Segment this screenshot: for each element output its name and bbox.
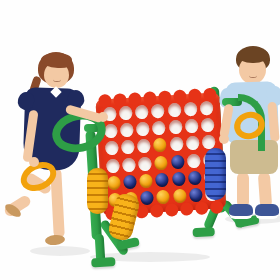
blue-disc xyxy=(172,172,186,187)
cell-r6c4 xyxy=(155,188,172,206)
blue-disc xyxy=(123,175,137,190)
cell-r5c5 xyxy=(170,170,187,188)
empty-hole xyxy=(120,123,134,138)
cell-r6c5 xyxy=(171,187,188,205)
cell-r3c5 xyxy=(168,135,185,153)
boy-left-hand xyxy=(219,134,229,144)
boy-sneaker xyxy=(229,204,253,219)
empty-hole xyxy=(187,153,201,168)
yellow-disc xyxy=(157,190,171,205)
cell-r2c4 xyxy=(151,119,168,137)
cell-r4c6 xyxy=(185,152,202,170)
boy-sneaker xyxy=(255,204,279,219)
cell-r6c3 xyxy=(139,189,156,207)
empty-hole xyxy=(170,137,184,152)
boy-smile xyxy=(249,73,257,78)
empty-hole xyxy=(122,157,136,172)
cell-r2c6 xyxy=(183,117,200,135)
cell-r4c2 xyxy=(120,156,137,174)
empty-hole xyxy=(135,104,149,119)
empty-hole xyxy=(201,118,215,133)
empty-hole xyxy=(152,121,166,136)
yellow-ring-stack-1 xyxy=(87,168,108,214)
blue-disc xyxy=(188,171,202,186)
empty-hole xyxy=(169,120,183,135)
cell-r4c4 xyxy=(153,154,170,172)
yellow-disc xyxy=(154,155,168,170)
girl-left-hand xyxy=(98,112,108,122)
cell-r3c2 xyxy=(119,138,136,156)
product-photo-stage xyxy=(0,0,280,280)
blue-disc xyxy=(171,154,185,169)
blue-disc xyxy=(155,173,169,188)
boy-leg xyxy=(237,172,249,208)
empty-hole xyxy=(105,141,119,156)
girl-smile xyxy=(53,77,61,82)
cell-r5c2 xyxy=(121,173,138,191)
right-back-foot xyxy=(192,227,215,237)
cell-r5c6 xyxy=(186,169,203,187)
girl-right-hand xyxy=(29,157,39,167)
cell-r2c5 xyxy=(167,118,184,136)
cell-r4c5 xyxy=(169,153,186,171)
girl-shoe xyxy=(45,234,66,246)
empty-hole xyxy=(185,119,199,134)
empty-hole xyxy=(186,136,200,151)
blue-disc xyxy=(140,191,154,206)
empty-hole xyxy=(151,103,165,118)
empty-hole xyxy=(138,156,152,171)
cell-r5c4 xyxy=(154,171,171,189)
cell-r3c4 xyxy=(152,136,169,154)
ground-shadow xyxy=(30,246,90,256)
empty-hole xyxy=(168,102,182,117)
blue-ring-stack xyxy=(205,148,226,200)
cell-r3c3 xyxy=(135,137,152,155)
cell-r2c7 xyxy=(199,116,216,134)
empty-hole xyxy=(121,140,135,155)
yellow-disc xyxy=(173,189,187,204)
cell-r2c3 xyxy=(134,120,151,138)
cell-r3c1 xyxy=(103,139,120,157)
empty-hole xyxy=(137,139,151,154)
cell-r5c3 xyxy=(138,172,155,190)
cell-r3c6 xyxy=(184,134,201,152)
board-grid xyxy=(101,99,221,210)
cell-r2c2 xyxy=(118,121,135,139)
cell-r1c4 xyxy=(150,102,167,120)
boy-fringe xyxy=(238,48,268,63)
empty-hole xyxy=(184,101,198,116)
cell-r1c5 xyxy=(166,101,183,119)
cell-r1c3 xyxy=(133,103,150,121)
empty-hole xyxy=(119,105,133,120)
cell-r1c2 xyxy=(117,104,134,122)
girl-fringe xyxy=(41,53,72,68)
cell-r4c3 xyxy=(136,155,153,173)
yellow-disc xyxy=(107,176,121,191)
cell-r1c7 xyxy=(198,99,215,117)
yellow-disc xyxy=(139,174,153,189)
left-back-foot xyxy=(91,257,116,267)
yellow-disc xyxy=(153,138,167,153)
empty-hole xyxy=(106,158,120,173)
empty-hole xyxy=(200,100,214,115)
empty-hole xyxy=(136,122,150,137)
boy-leg xyxy=(258,172,272,209)
cell-r6c6 xyxy=(187,186,204,204)
cell-r1c6 xyxy=(182,100,199,118)
blue-disc xyxy=(189,188,203,203)
